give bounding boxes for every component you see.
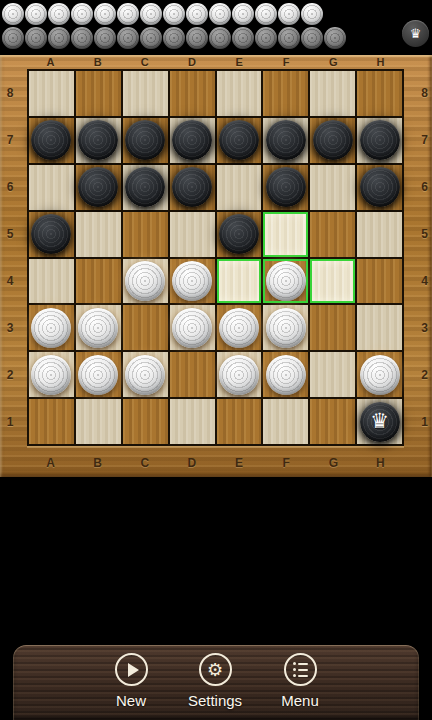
square-D4[interactable] xyxy=(170,259,215,304)
black-man-tray-piece xyxy=(48,27,70,49)
black-man-tray-piece xyxy=(71,27,93,49)
checkers-app-screen: ♛ ABCDEFGH 87654321 87654321 ♛ ABCDEFGH … xyxy=(0,0,432,720)
white-man-piece[interactable] xyxy=(31,308,71,348)
white-man-piece[interactable] xyxy=(266,355,306,395)
black-man-piece[interactable] xyxy=(125,120,165,160)
square-H2[interactable] xyxy=(357,352,402,397)
black-man-tray-piece xyxy=(324,27,346,49)
file-label-G: G xyxy=(310,55,357,69)
file-label-B: B xyxy=(74,55,121,69)
square-H3[interactable] xyxy=(357,305,402,350)
bottom-toolbar: New ⚙ Settings Menu xyxy=(13,645,419,720)
square-A4[interactable] xyxy=(29,259,74,304)
white-man-tray-piece xyxy=(163,3,185,25)
white-man-tray-piece xyxy=(117,3,139,25)
square-E1[interactable] xyxy=(217,399,262,444)
square-G3[interactable] xyxy=(310,305,355,350)
square-B6[interactable] xyxy=(76,165,121,210)
black-man-piece[interactable] xyxy=(219,120,259,160)
square-F7[interactable] xyxy=(263,118,308,163)
white-man-tray-piece xyxy=(94,3,116,25)
rank-label-5: 5 xyxy=(404,210,432,257)
square-B2[interactable] xyxy=(76,352,121,397)
white-man-piece[interactable] xyxy=(219,308,259,348)
square-G7[interactable] xyxy=(310,118,355,163)
rank-label-4: 4 xyxy=(404,258,432,305)
black-king-indicator: ♛ xyxy=(402,20,429,47)
white-man-tray-piece xyxy=(255,3,277,25)
rank-labels-left: 87654321 xyxy=(0,69,27,446)
black-man-piece[interactable] xyxy=(360,120,400,160)
white-man-tray-piece xyxy=(140,3,162,25)
square-C5[interactable] xyxy=(123,212,168,257)
menu-button[interactable]: Menu xyxy=(260,653,340,709)
file-label-H: H xyxy=(357,448,404,479)
file-label-D: D xyxy=(168,55,215,69)
rank-label-8: 8 xyxy=(0,69,27,116)
file-label-F: F xyxy=(263,55,310,69)
rank-label-2: 2 xyxy=(0,352,27,399)
black-king-piece[interactable]: ♛ xyxy=(360,402,400,442)
square-H4[interactable] xyxy=(357,259,402,304)
black-man-tray-piece xyxy=(25,27,47,49)
square-G8[interactable] xyxy=(310,71,355,116)
settings-button[interactable]: ⚙ Settings xyxy=(175,653,255,709)
square-D6[interactable] xyxy=(170,165,215,210)
square-G4[interactable] xyxy=(310,259,355,304)
black-material-tray xyxy=(2,27,346,49)
file-label-G: G xyxy=(310,448,357,479)
black-man-piece[interactable] xyxy=(31,120,71,160)
white-man-tray-piece xyxy=(278,3,300,25)
square-A2[interactable] xyxy=(29,352,74,397)
square-E2[interactable] xyxy=(217,352,262,397)
square-F3[interactable] xyxy=(263,305,308,350)
white-man-piece[interactable] xyxy=(219,355,259,395)
black-man-piece[interactable] xyxy=(360,167,400,207)
file-label-H: H xyxy=(357,55,404,69)
checkers-board: ♛ xyxy=(27,69,404,446)
square-B8[interactable] xyxy=(76,71,121,116)
crown-icon: ♛ xyxy=(410,27,422,40)
square-C7[interactable] xyxy=(123,118,168,163)
square-E6[interactable] xyxy=(217,165,262,210)
square-F4[interactable] xyxy=(263,259,308,304)
black-man-tray-piece xyxy=(232,27,254,49)
black-man-tray-piece xyxy=(255,27,277,49)
square-C4[interactable] xyxy=(123,259,168,304)
square-G6[interactable] xyxy=(310,165,355,210)
new-button-label: New xyxy=(91,692,171,709)
square-A5[interactable] xyxy=(29,212,74,257)
white-man-tray-piece xyxy=(209,3,231,25)
file-label-A: A xyxy=(27,448,74,479)
black-man-piece[interactable] xyxy=(172,167,212,207)
black-man-piece[interactable] xyxy=(125,167,165,207)
rank-label-8: 8 xyxy=(404,69,432,116)
square-H5[interactable] xyxy=(357,212,402,257)
square-B4[interactable] xyxy=(76,259,121,304)
square-H6[interactable] xyxy=(357,165,402,210)
square-D1[interactable] xyxy=(170,399,215,444)
square-E3[interactable] xyxy=(217,305,262,350)
file-label-E: E xyxy=(216,55,263,69)
gear-icon: ⚙ xyxy=(199,653,232,686)
file-label-B: B xyxy=(74,448,121,479)
square-A6[interactable] xyxy=(29,165,74,210)
board-frame: ABCDEFGH 87654321 87654321 ♛ ABCDEFGH xyxy=(0,55,432,477)
square-H1[interactable]: ♛ xyxy=(357,399,402,444)
black-man-piece[interactable] xyxy=(219,214,259,254)
square-E8[interactable] xyxy=(217,71,262,116)
square-F1[interactable] xyxy=(263,399,308,444)
square-A7[interactable] xyxy=(29,118,74,163)
white-man-piece[interactable] xyxy=(172,308,212,348)
black-man-piece[interactable] xyxy=(266,120,306,160)
file-label-C: C xyxy=(121,55,168,69)
white-man-piece[interactable] xyxy=(266,261,306,301)
white-man-tray-piece xyxy=(2,3,24,25)
rank-label-2: 2 xyxy=(404,352,432,399)
black-man-tray-piece xyxy=(278,27,300,49)
black-man-piece[interactable] xyxy=(313,120,353,160)
rank-labels-right: 87654321 xyxy=(404,69,432,446)
rank-label-7: 7 xyxy=(0,116,27,163)
square-F2[interactable] xyxy=(263,352,308,397)
white-man-tray-piece xyxy=(71,3,93,25)
square-G5[interactable] xyxy=(310,212,355,257)
black-man-tray-piece xyxy=(163,27,185,49)
white-man-piece[interactable] xyxy=(125,261,165,301)
white-man-tray-piece xyxy=(186,3,208,25)
square-A1[interactable] xyxy=(29,399,74,444)
file-label-D: D xyxy=(168,448,215,479)
square-E4[interactable] xyxy=(217,259,262,304)
white-man-piece[interactable] xyxy=(78,355,118,395)
square-A3[interactable] xyxy=(29,305,74,350)
rank-label-7: 7 xyxy=(404,116,432,163)
white-man-piece[interactable] xyxy=(125,355,165,395)
square-E7[interactable] xyxy=(217,118,262,163)
file-label-C: C xyxy=(121,448,168,479)
file-labels-top: ABCDEFGH xyxy=(27,55,404,69)
menu-button-label: Menu xyxy=(260,692,340,709)
black-man-tray-piece xyxy=(186,27,208,49)
list-icon xyxy=(284,653,317,686)
white-man-tray-piece xyxy=(25,3,47,25)
rank-label-1: 1 xyxy=(0,399,27,446)
square-C2[interactable] xyxy=(123,352,168,397)
black-man-piece[interactable] xyxy=(266,167,306,207)
square-F8[interactable] xyxy=(263,71,308,116)
file-labels-bottom: ABCDEFGH xyxy=(27,446,404,479)
file-label-A: A xyxy=(27,55,74,69)
new-game-button[interactable]: New xyxy=(91,653,171,709)
square-E5[interactable] xyxy=(217,212,262,257)
black-man-tray-piece xyxy=(140,27,162,49)
settings-button-label: Settings xyxy=(175,692,255,709)
rank-label-6: 6 xyxy=(0,163,27,210)
square-A8[interactable] xyxy=(29,71,74,116)
black-man-tray-piece xyxy=(117,27,139,49)
square-G1[interactable] xyxy=(310,399,355,444)
black-man-tray-piece xyxy=(301,27,323,49)
square-C8[interactable] xyxy=(123,71,168,116)
rank-label-6: 6 xyxy=(404,163,432,210)
white-man-tray-piece xyxy=(232,3,254,25)
rank-label-5: 5 xyxy=(0,210,27,257)
square-C6[interactable] xyxy=(123,165,168,210)
white-man-piece[interactable] xyxy=(360,355,400,395)
black-man-piece[interactable] xyxy=(31,214,71,254)
square-C1[interactable] xyxy=(123,399,168,444)
black-man-tray-piece xyxy=(2,27,24,49)
square-G2[interactable] xyxy=(310,352,355,397)
white-man-piece[interactable] xyxy=(31,355,71,395)
square-B5[interactable] xyxy=(76,212,121,257)
white-man-tray-piece xyxy=(301,3,323,25)
rank-label-3: 3 xyxy=(0,305,27,352)
square-D3[interactable] xyxy=(170,305,215,350)
white-material-tray xyxy=(2,3,323,25)
black-man-tray-piece xyxy=(94,27,116,49)
play-icon xyxy=(115,653,148,686)
square-F6[interactable] xyxy=(263,165,308,210)
square-B7[interactable] xyxy=(76,118,121,163)
white-man-tray-piece xyxy=(48,3,70,25)
square-H7[interactable] xyxy=(357,118,402,163)
square-B3[interactable] xyxy=(76,305,121,350)
black-man-piece[interactable] xyxy=(172,120,212,160)
square-D5[interactable] xyxy=(170,212,215,257)
rank-label-3: 3 xyxy=(404,305,432,352)
square-H8[interactable] xyxy=(357,71,402,116)
black-man-tray-piece xyxy=(209,27,231,49)
file-label-E: E xyxy=(216,448,263,479)
crown-icon: ♛ xyxy=(370,411,389,432)
white-man-piece[interactable] xyxy=(172,261,212,301)
square-F5[interactable] xyxy=(263,212,308,257)
black-man-piece[interactable] xyxy=(78,167,118,207)
square-C3[interactable] xyxy=(123,305,168,350)
square-B1[interactable] xyxy=(76,399,121,444)
square-D8[interactable] xyxy=(170,71,215,116)
rank-label-1: 1 xyxy=(404,399,432,446)
rank-label-4: 4 xyxy=(0,258,27,305)
square-D7[interactable] xyxy=(170,118,215,163)
white-man-piece[interactable] xyxy=(266,308,306,348)
white-man-piece[interactable] xyxy=(78,308,118,348)
square-D2[interactable] xyxy=(170,352,215,397)
black-man-piece[interactable] xyxy=(78,120,118,160)
file-label-F: F xyxy=(263,448,310,479)
